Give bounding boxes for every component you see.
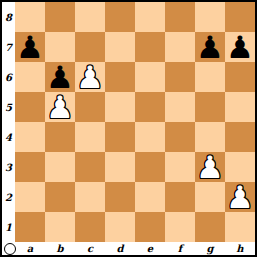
square-c7[interactable] <box>75 32 105 62</box>
square-b4[interactable] <box>45 122 75 152</box>
square-e1[interactable] <box>135 212 165 242</box>
piece-black-pawn[interactable]: ♟ <box>226 32 254 62</box>
file-label-e: e <box>135 242 165 255</box>
file-label-c: c <box>75 242 105 255</box>
piece-black-pawn[interactable]: ♟ <box>46 62 74 92</box>
square-d5[interactable] <box>105 92 135 122</box>
square-d4[interactable] <box>105 122 135 152</box>
file-label-h: h <box>225 242 255 255</box>
square-h6[interactable] <box>225 62 255 92</box>
square-d1[interactable] <box>105 212 135 242</box>
square-e7[interactable] <box>135 32 165 62</box>
square-c5[interactable] <box>75 92 105 122</box>
file-label-a: a <box>15 242 45 255</box>
square-g2[interactable] <box>195 182 225 212</box>
square-g7[interactable]: ♟ <box>195 32 225 62</box>
piece-black-pawn[interactable]: ♟ <box>196 32 224 62</box>
square-e6[interactable] <box>135 62 165 92</box>
square-d3[interactable] <box>105 152 135 182</box>
square-g5[interactable] <box>195 92 225 122</box>
rank-labels: 87654321 <box>2 2 15 242</box>
rank-label-4: 4 <box>2 122 15 152</box>
square-c3[interactable] <box>75 152 105 182</box>
square-g8[interactable] <box>195 2 225 32</box>
square-e8[interactable] <box>135 2 165 32</box>
piece-black-pawn[interactable]: ♟ <box>16 32 44 62</box>
square-b8[interactable] <box>45 2 75 32</box>
square-f4[interactable] <box>165 122 195 152</box>
square-f2[interactable] <box>165 182 195 212</box>
rank-label-5: 5 <box>2 92 15 122</box>
square-e3[interactable] <box>135 152 165 182</box>
square-d8[interactable] <box>105 2 135 32</box>
rank-label-7: 7 <box>2 32 15 62</box>
square-g1[interactable] <box>195 212 225 242</box>
chess-diagram: 87654321 ♟♟♟♟♟♟♟♟ abcdefgh <box>0 0 257 257</box>
square-a2[interactable] <box>15 182 45 212</box>
square-f3[interactable] <box>165 152 195 182</box>
square-h8[interactable] <box>225 2 255 32</box>
piece-white-pawn[interactable]: ♟ <box>46 92 74 122</box>
square-f1[interactable] <box>165 212 195 242</box>
square-f5[interactable] <box>165 92 195 122</box>
square-a6[interactable] <box>15 62 45 92</box>
square-b6[interactable]: ♟ <box>45 62 75 92</box>
chess-board[interactable]: ♟♟♟♟♟♟♟♟ <box>15 2 255 242</box>
square-b5[interactable]: ♟ <box>45 92 75 122</box>
square-c8[interactable] <box>75 2 105 32</box>
square-h7[interactable]: ♟ <box>225 32 255 62</box>
square-c2[interactable] <box>75 182 105 212</box>
piece-white-pawn[interactable]: ♟ <box>226 182 254 212</box>
square-e4[interactable] <box>135 122 165 152</box>
square-e2[interactable] <box>135 182 165 212</box>
square-h1[interactable] <box>225 212 255 242</box>
square-g6[interactable] <box>195 62 225 92</box>
file-label-d: d <box>105 242 135 255</box>
square-a7[interactable]: ♟ <box>15 32 45 62</box>
rank-label-3: 3 <box>2 152 15 182</box>
file-label-f: f <box>165 242 195 255</box>
square-e5[interactable] <box>135 92 165 122</box>
square-a5[interactable] <box>15 92 45 122</box>
file-label-g: g <box>195 242 225 255</box>
square-f7[interactable] <box>165 32 195 62</box>
square-b2[interactable] <box>45 182 75 212</box>
file-labels: abcdefgh <box>15 242 255 255</box>
rank-label-1: 1 <box>2 212 15 242</box>
square-a1[interactable] <box>15 212 45 242</box>
square-f8[interactable] <box>165 2 195 32</box>
square-d7[interactable] <box>105 32 135 62</box>
square-c1[interactable] <box>75 212 105 242</box>
square-a3[interactable] <box>15 152 45 182</box>
file-label-b: b <box>45 242 75 255</box>
piece-white-pawn[interactable]: ♟ <box>196 152 224 182</box>
square-d6[interactable] <box>105 62 135 92</box>
square-b3[interactable] <box>45 152 75 182</box>
white-to-move-indicator-icon <box>4 243 16 255</box>
square-a4[interactable] <box>15 122 45 152</box>
piece-white-pawn[interactable]: ♟ <box>76 62 104 92</box>
square-h2[interactable]: ♟ <box>225 182 255 212</box>
square-g3[interactable]: ♟ <box>195 152 225 182</box>
rank-label-8: 8 <box>2 2 15 32</box>
square-g4[interactable] <box>195 122 225 152</box>
square-d2[interactable] <box>105 182 135 212</box>
square-h5[interactable] <box>225 92 255 122</box>
square-h3[interactable] <box>225 152 255 182</box>
rank-label-2: 2 <box>2 182 15 212</box>
square-a8[interactable] <box>15 2 45 32</box>
square-c4[interactable] <box>75 122 105 152</box>
square-b1[interactable] <box>45 212 75 242</box>
square-f6[interactable] <box>165 62 195 92</box>
rank-label-6: 6 <box>2 62 15 92</box>
square-c6[interactable]: ♟ <box>75 62 105 92</box>
square-b7[interactable] <box>45 32 75 62</box>
square-h4[interactable] <box>225 122 255 152</box>
